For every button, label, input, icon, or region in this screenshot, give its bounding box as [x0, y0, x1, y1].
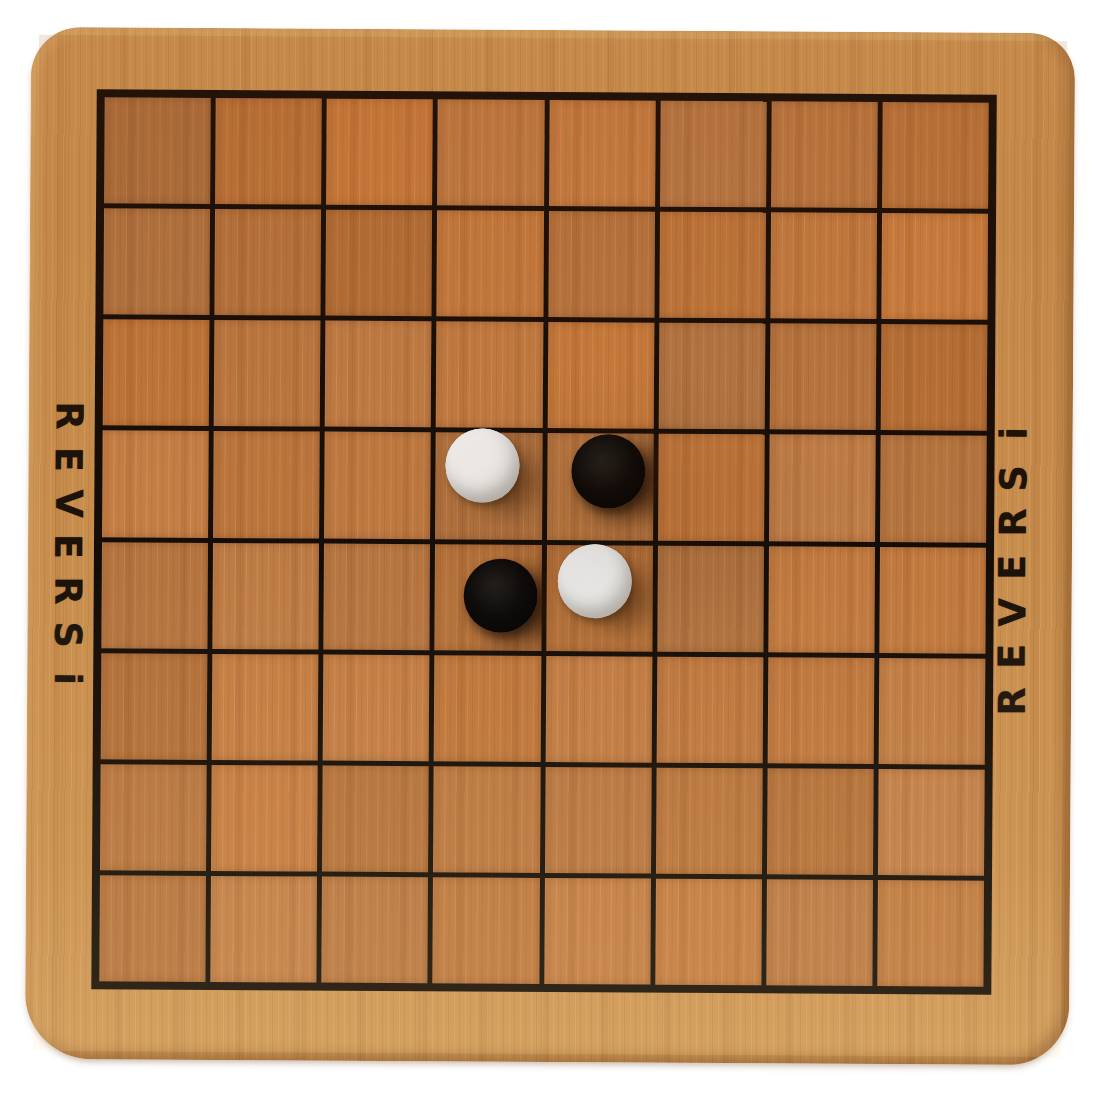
cell-a6[interactable] — [101, 653, 208, 760]
cell-d4[interactable] — [435, 433, 542, 540]
disc-white-e5[interactable] — [557, 544, 631, 618]
cell-c8[interactable] — [322, 876, 429, 983]
reversi-letter: E — [994, 644, 1031, 670]
cell-g2[interactable] — [770, 212, 877, 319]
cell-d7[interactable] — [433, 766, 540, 873]
cell-d2[interactable] — [437, 210, 544, 317]
cell-a4[interactable] — [102, 431, 209, 538]
cell-c4[interactable] — [324, 432, 431, 539]
cell-f7[interactable] — [656, 767, 763, 874]
cell-e7[interactable] — [545, 767, 652, 874]
cell-h5[interactable] — [879, 547, 986, 654]
reversi-letter: S — [995, 465, 1032, 492]
right-reversi-label: iSREVER — [989, 415, 1037, 720]
cell-e1[interactable] — [549, 100, 656, 207]
cell-d6[interactable] — [434, 655, 541, 762]
cell-g6[interactable] — [767, 657, 874, 764]
cell-g5[interactable] — [768, 546, 875, 653]
disc-white-d4[interactable] — [446, 429, 520, 503]
reversi-letter: R — [995, 508, 1032, 537]
cell-e8[interactable] — [544, 878, 651, 985]
cell-e2[interactable] — [548, 211, 655, 318]
cell-d5[interactable] — [435, 544, 542, 651]
cell-b1[interactable] — [215, 98, 322, 205]
cell-b8[interactable] — [210, 876, 317, 983]
cell-d3[interactable] — [436, 322, 543, 429]
cell-g7[interactable] — [767, 768, 874, 875]
cell-h4[interactable] — [880, 435, 987, 542]
cell-f3[interactable] — [658, 323, 765, 430]
cell-c7[interactable] — [322, 765, 429, 872]
cell-e5[interactable] — [546, 544, 653, 651]
cell-h8[interactable] — [877, 880, 984, 987]
reversi-letter: V — [50, 489, 87, 518]
left-reversi-label: REVERSi — [44, 397, 92, 697]
cell-a7[interactable] — [100, 764, 207, 871]
reversi-letter: E — [994, 555, 1031, 581]
cell-b5[interactable] — [212, 542, 319, 649]
reversi-letter: R — [50, 401, 87, 430]
cell-a3[interactable] — [103, 320, 210, 427]
cell-a2[interactable] — [103, 208, 210, 315]
reversi-letter: E — [50, 447, 87, 473]
reversi-board: REVERSi iSREVER — [25, 27, 1075, 1065]
cell-a8[interactable] — [99, 875, 206, 982]
cell-h7[interactable] — [878, 769, 985, 876]
cell-f6[interactable] — [656, 656, 763, 763]
cell-b3[interactable] — [214, 320, 321, 427]
cell-g8[interactable] — [766, 879, 873, 986]
cell-f2[interactable] — [659, 212, 766, 319]
reversi-letter: V — [994, 598, 1031, 627]
cell-h1[interactable] — [882, 102, 989, 209]
cell-g1[interactable] — [771, 101, 878, 208]
cell-b7[interactable] — [211, 765, 318, 872]
cell-c5[interactable] — [324, 543, 431, 650]
cell-d1[interactable] — [437, 99, 544, 206]
reversi-letter: R — [49, 577, 86, 606]
cell-b2[interactable] — [215, 209, 322, 316]
cell-f4[interactable] — [658, 434, 765, 541]
cell-h3[interactable] — [881, 324, 988, 431]
reversi-letter: i — [995, 427, 1032, 440]
cell-b4[interactable] — [213, 431, 320, 538]
reversi-letter: i — [49, 672, 86, 685]
cell-b6[interactable] — [212, 654, 319, 761]
cell-a5[interactable] — [101, 542, 208, 649]
cell-e6[interactable] — [545, 656, 652, 763]
reversi-letter: E — [49, 534, 86, 560]
reversi-letter: S — [49, 621, 86, 648]
cell-e3[interactable] — [547, 322, 654, 429]
board-grid — [91, 89, 996, 994]
cell-h2[interactable] — [881, 213, 988, 320]
cell-f1[interactable] — [660, 101, 767, 208]
cell-g4[interactable] — [769, 435, 876, 542]
cell-d8[interactable] — [433, 877, 540, 984]
cell-g3[interactable] — [769, 324, 876, 431]
cell-e4[interactable] — [547, 433, 654, 540]
reversi-letter: R — [993, 687, 1030, 716]
cell-c2[interactable] — [326, 210, 433, 317]
cell-a1[interactable] — [104, 97, 211, 204]
cell-h6[interactable] — [879, 658, 986, 765]
cell-f8[interactable] — [655, 879, 762, 986]
cell-f5[interactable] — [657, 545, 764, 652]
disc-black-d5[interactable] — [464, 558, 538, 632]
cell-c3[interactable] — [325, 321, 432, 428]
disc-black-e4[interactable] — [571, 435, 645, 509]
cell-c1[interactable] — [326, 99, 433, 206]
cell-c6[interactable] — [323, 654, 430, 761]
